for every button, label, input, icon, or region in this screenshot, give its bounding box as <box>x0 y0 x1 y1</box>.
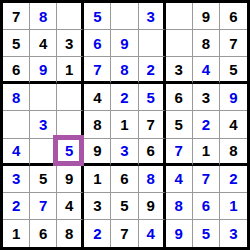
cell-r3c1[interactable]: 6 <box>3 57 30 84</box>
cell-r7c9[interactable]: 2 <box>220 166 247 193</box>
cell-r4c8[interactable]: 3 <box>193 84 220 111</box>
cell-r7c4[interactable]: 1 <box>84 166 111 193</box>
cell-r5c2[interactable]: 3 <box>30 111 57 138</box>
cell-r7c1[interactable]: 3 <box>3 166 30 193</box>
cell-r8c3[interactable]: 4 <box>57 193 84 220</box>
cell-r8c5[interactable]: 5 <box>111 193 138 220</box>
cell-r5c5[interactable]: 1 <box>111 111 138 138</box>
cell-r4c7[interactable]: 6 <box>166 84 193 111</box>
cell-r7c3[interactable]: 9 <box>57 166 84 193</box>
cell-r3c4[interactable]: 7 <box>84 57 111 84</box>
cell-r1c8[interactable]: 9 <box>193 3 220 30</box>
cell-r6c1[interactable]: 4 <box>3 139 30 166</box>
cell-r2c5[interactable]: 9 <box>111 30 138 57</box>
cell-r3c6[interactable]: 2 <box>139 57 166 84</box>
cell-r1c6[interactable]: 3 <box>139 3 166 30</box>
cell-r5c6[interactable]: 7 <box>139 111 166 138</box>
cell-r2c1[interactable]: 5 <box>3 30 30 57</box>
cell-r7c7[interactable]: 4 <box>166 166 193 193</box>
cell-r2c2[interactable]: 4 <box>30 30 57 57</box>
cell-r7c5[interactable]: 6 <box>111 166 138 193</box>
cell-r6c3[interactable]: 5 <box>57 139 84 166</box>
cell-r4c5[interactable]: 2 <box>111 84 138 111</box>
cell-r3c5[interactable]: 8 <box>111 57 138 84</box>
cell-r5c1[interactable] <box>3 111 30 138</box>
cell-r9c4[interactable]: 2 <box>84 220 111 247</box>
sudoku-board: 7853965436987691782345842563938175244593… <box>0 0 250 250</box>
cell-r6c5[interactable]: 3 <box>111 139 138 166</box>
cell-r8c7[interactable]: 8 <box>166 193 193 220</box>
cell-r2c6[interactable] <box>139 30 166 57</box>
cell-r4c3[interactable] <box>57 84 84 111</box>
cell-r3c9[interactable]: 5 <box>220 57 247 84</box>
cell-r3c3[interactable]: 1 <box>57 57 84 84</box>
cell-r6c4[interactable]: 9 <box>84 139 111 166</box>
cell-r7c6[interactable]: 8 <box>139 166 166 193</box>
cell-r6c8[interactable]: 1 <box>193 139 220 166</box>
cell-r1c3[interactable] <box>57 3 84 30</box>
cell-r9c1[interactable]: 1 <box>3 220 30 247</box>
cell-r7c8[interactable]: 7 <box>193 166 220 193</box>
cell-r2c9[interactable]: 7 <box>220 30 247 57</box>
cell-r9c7[interactable]: 9 <box>166 220 193 247</box>
cell-r5c4[interactable]: 8 <box>84 111 111 138</box>
cell-r5c7[interactable]: 5 <box>166 111 193 138</box>
cell-r9c5[interactable]: 7 <box>111 220 138 247</box>
cell-r6c6[interactable]: 6 <box>139 139 166 166</box>
cell-r8c2[interactable]: 7 <box>30 193 57 220</box>
cell-r8c8[interactable]: 6 <box>193 193 220 220</box>
cell-r2c4[interactable]: 6 <box>84 30 111 57</box>
cell-r1c1[interactable]: 7 <box>3 3 30 30</box>
cell-r5c3[interactable] <box>57 111 84 138</box>
cell-r9c9[interactable]: 3 <box>220 220 247 247</box>
cell-r6c9[interactable]: 8 <box>220 139 247 166</box>
cell-r9c8[interactable]: 5 <box>193 220 220 247</box>
cell-r2c3[interactable]: 3 <box>57 30 84 57</box>
cell-r4c2[interactable] <box>30 84 57 111</box>
cell-r2c8[interactable]: 8 <box>193 30 220 57</box>
cell-r2c7[interactable] <box>166 30 193 57</box>
cell-r1c9[interactable]: 6 <box>220 3 247 30</box>
cell-r9c2[interactable]: 6 <box>30 220 57 247</box>
cell-r8c4[interactable]: 3 <box>84 193 111 220</box>
cell-r1c5[interactable] <box>111 3 138 30</box>
cell-r8c1[interactable]: 2 <box>3 193 30 220</box>
cell-r4c1[interactable]: 8 <box>3 84 30 111</box>
cell-r9c3[interactable]: 8 <box>57 220 84 247</box>
cell-r3c7[interactable]: 3 <box>166 57 193 84</box>
cell-r5c8[interactable]: 2 <box>193 111 220 138</box>
cell-r9c6[interactable]: 4 <box>139 220 166 247</box>
cell-r1c2[interactable]: 8 <box>30 3 57 30</box>
cell-r3c8[interactable]: 4 <box>193 57 220 84</box>
cell-r1c4[interactable]: 5 <box>84 3 111 30</box>
cell-r4c9[interactable]: 9 <box>220 84 247 111</box>
cell-r1c7[interactable] <box>166 3 193 30</box>
cell-r4c6[interactable]: 5 <box>139 84 166 111</box>
cell-r5c9[interactable]: 4 <box>220 111 247 138</box>
cell-r8c9[interactable]: 1 <box>220 193 247 220</box>
cell-r7c2[interactable]: 5 <box>30 166 57 193</box>
cell-r8c6[interactable]: 9 <box>139 193 166 220</box>
cell-r6c7[interactable]: 7 <box>166 139 193 166</box>
cell-r4c4[interactable]: 4 <box>84 84 111 111</box>
cell-r6c2[interactable] <box>30 139 57 166</box>
cell-r3c2[interactable]: 9 <box>30 57 57 84</box>
